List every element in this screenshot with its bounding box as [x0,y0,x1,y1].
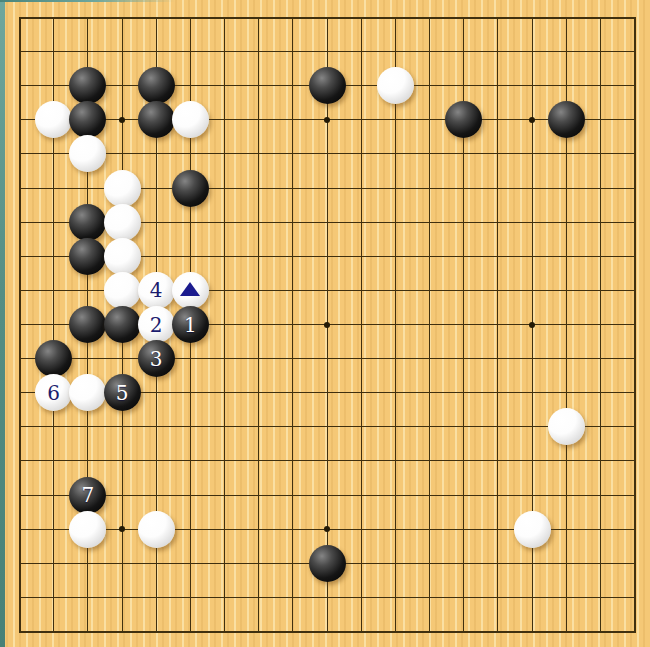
black-stone: 7 [69,477,106,514]
move-number-label: 2 [150,315,163,335]
black-stone: 3 [138,340,175,377]
move-number-label: 6 [47,383,60,403]
white-stone [69,374,106,411]
black-stone [69,238,106,275]
star-point [324,526,330,532]
black-stone [309,67,346,104]
grid-line-horizontal [19,597,636,598]
black-stone [445,101,482,138]
star-point [324,117,330,123]
white-stone [69,135,106,172]
triangle-marker-icon [180,282,200,296]
grid-line-horizontal [19,426,636,427]
white-stone [35,101,72,138]
white-stone [69,511,106,548]
grid-line-vertical [395,17,396,633]
white-stone [514,511,551,548]
white-stone [172,101,209,138]
black-stone [309,545,346,582]
white-stone [138,511,175,548]
go-board[interactable]: 4213657 [0,0,650,647]
black-stone [548,101,585,138]
black-stone [69,101,106,138]
grid-line-horizontal [19,495,636,496]
black-stone [35,340,72,377]
grid-line-vertical [361,17,362,633]
move-number-label: 5 [116,383,129,403]
grid-line-vertical [634,17,636,633]
grid-line-horizontal [19,358,636,359]
white-stone [104,170,141,207]
white-stone: 4 [138,272,175,309]
star-point [324,322,330,328]
white-stone [548,408,585,445]
grid-line-vertical [497,17,498,633]
star-point [529,322,535,328]
white-stone: 6 [35,374,72,411]
black-stone [69,67,106,104]
black-stone [69,306,106,343]
move-number-label: 7 [81,485,94,505]
black-stone [138,67,175,104]
grid-line-horizontal [19,460,636,461]
white-stone [172,272,209,309]
go-board-diagram: 4213657 [0,0,650,647]
white-stone [104,272,141,309]
white-stone [377,67,414,104]
white-stone: 2 [138,306,175,343]
white-stone [104,238,141,275]
grid-line-vertical [600,17,601,633]
star-point [119,526,125,532]
black-stone: 1 [172,306,209,343]
black-stone [172,170,209,207]
black-stone [104,306,141,343]
star-point [529,117,535,123]
white-stone [104,204,141,241]
black-stone: 5 [104,374,141,411]
black-stone [69,204,106,241]
grid-line-vertical [429,17,430,633]
black-stone [138,101,175,138]
move-number-label: 4 [150,280,163,300]
move-number-label: 1 [184,315,197,335]
move-number-label: 3 [150,349,163,369]
star-point [119,117,125,123]
grid-line-horizontal [19,631,636,633]
